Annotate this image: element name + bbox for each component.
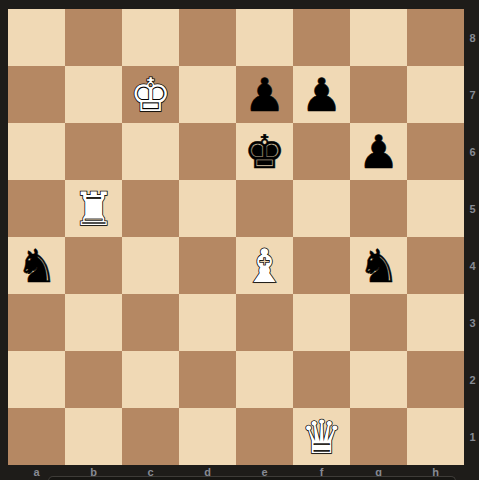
square-f8[interactable] [293,9,350,66]
square-a6[interactable] [8,123,65,180]
square-a2[interactable] [8,351,65,408]
square-b8[interactable] [65,9,122,66]
square-b7[interactable] [65,66,122,123]
square-d5[interactable] [179,180,236,237]
square-c7[interactable]: ♚ [122,66,179,123]
square-h3[interactable] [407,294,464,351]
white-bishop-icon[interactable]: ♝ [244,243,285,289]
chess-board: ♚♟♟♚♟♜♞♝♞♛ [8,9,464,465]
square-c5[interactable] [122,180,179,237]
square-f2[interactable] [293,351,350,408]
rank-label-5: 5 [466,180,479,237]
square-e5[interactable] [236,180,293,237]
rank-label-1: 1 [466,408,479,465]
black-pawn-icon[interactable]: ♟ [244,72,285,118]
square-f7[interactable]: ♟ [293,66,350,123]
square-a3[interactable] [8,294,65,351]
square-f6[interactable] [293,123,350,180]
square-b2[interactable] [65,351,122,408]
bottom-panel-edge [48,476,456,480]
black-king-icon[interactable]: ♚ [244,129,285,175]
square-e8[interactable] [236,9,293,66]
square-d8[interactable] [179,9,236,66]
square-e7[interactable]: ♟ [236,66,293,123]
square-e6[interactable]: ♚ [236,123,293,180]
square-g3[interactable] [350,294,407,351]
square-d6[interactable] [179,123,236,180]
square-e2[interactable] [236,351,293,408]
square-b1[interactable] [65,408,122,465]
square-h5[interactable] [407,180,464,237]
rank-label-2: 2 [466,351,479,408]
square-b5[interactable]: ♜ [65,180,122,237]
square-b6[interactable] [65,123,122,180]
rank-label-7: 7 [466,66,479,123]
square-f3[interactable] [293,294,350,351]
square-d2[interactable] [179,351,236,408]
black-knight-icon[interactable]: ♞ [358,243,399,289]
square-h6[interactable] [407,123,464,180]
square-a4[interactable]: ♞ [8,237,65,294]
square-d4[interactable] [179,237,236,294]
black-pawn-icon[interactable]: ♟ [358,129,399,175]
square-g7[interactable] [350,66,407,123]
white-rook-icon[interactable]: ♜ [73,186,114,232]
square-a7[interactable] [8,66,65,123]
square-c4[interactable] [122,237,179,294]
square-b4[interactable] [65,237,122,294]
black-knight-icon[interactable]: ♞ [16,243,57,289]
square-c1[interactable] [122,408,179,465]
white-king-icon[interactable]: ♚ [130,72,171,118]
square-d1[interactable] [179,408,236,465]
square-h4[interactable] [407,237,464,294]
square-e3[interactable] [236,294,293,351]
square-a8[interactable] [8,9,65,66]
rank-label-6: 6 [466,123,479,180]
white-queen-icon[interactable]: ♛ [301,414,342,460]
square-d7[interactable] [179,66,236,123]
square-g4[interactable]: ♞ [350,237,407,294]
square-g5[interactable] [350,180,407,237]
square-h1[interactable] [407,408,464,465]
rank-label-3: 3 [466,294,479,351]
square-g6[interactable]: ♟ [350,123,407,180]
square-a5[interactable] [8,180,65,237]
square-h8[interactable] [407,9,464,66]
black-pawn-icon[interactable]: ♟ [301,72,342,118]
rank-label-8: 8 [466,9,479,66]
square-d3[interactable] [179,294,236,351]
square-c3[interactable] [122,294,179,351]
square-g2[interactable] [350,351,407,408]
square-h7[interactable] [407,66,464,123]
square-c6[interactable] [122,123,179,180]
square-f5[interactable] [293,180,350,237]
square-b3[interactable] [65,294,122,351]
square-e4[interactable]: ♝ [236,237,293,294]
square-c8[interactable] [122,9,179,66]
square-e1[interactable] [236,408,293,465]
square-f4[interactable] [293,237,350,294]
square-g1[interactable] [350,408,407,465]
square-a1[interactable] [8,408,65,465]
square-h2[interactable] [407,351,464,408]
rank-label-4: 4 [466,237,479,294]
square-f1[interactable]: ♛ [293,408,350,465]
square-c2[interactable] [122,351,179,408]
square-g8[interactable] [350,9,407,66]
chess-board-screen: ♚♟♟♚♟♜♞♝♞♛ 87654321 abcdefgh [0,0,479,480]
